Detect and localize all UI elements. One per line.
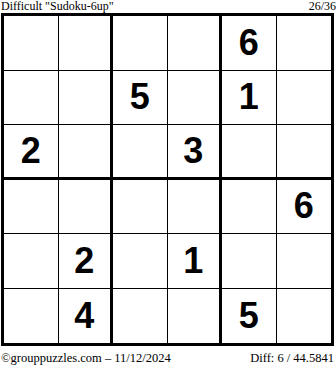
footer-copyright-date: ©grouppuzzles.com – 11/12/2024	[1, 351, 171, 366]
cell-r1c6-empty[interactable]	[277, 16, 332, 71]
cell-r6c6-empty[interactable]	[277, 289, 332, 344]
cell-r3c1-given: 2	[4, 125, 59, 180]
cell-r4c5-empty[interactable]	[222, 180, 277, 235]
cell-r1c2-empty[interactable]	[59, 16, 114, 71]
cell-r6c5-given: 5	[222, 289, 277, 344]
cell-r5c2-given: 2	[59, 234, 114, 289]
cell-r5c6-empty[interactable]	[277, 234, 332, 289]
header: Difficult "Sudoku-6up" 26/36	[1, 0, 336, 13]
puzzle-title: Difficult "Sudoku-6up"	[1, 0, 114, 13]
cell-r4c6-given: 6	[277, 180, 332, 235]
cell-r2c3-given: 5	[113, 71, 168, 126]
sudoku-board: 6512362145	[1, 13, 334, 346]
sudoku-page: Difficult "Sudoku-6up" 26/36 6512362145 …	[0, 0, 336, 370]
cell-r4c1-empty[interactable]	[4, 180, 59, 235]
footer-difficulty: Diff: 6 / 44.5841	[250, 351, 334, 366]
cell-r1c3-empty[interactable]	[113, 16, 168, 71]
cell-r2c4-empty[interactable]	[168, 71, 223, 126]
cell-r2c6-empty[interactable]	[277, 71, 332, 126]
cell-r1c1-empty[interactable]	[4, 16, 59, 71]
cell-r3c3-empty[interactable]	[113, 125, 168, 180]
cell-r5c3-empty[interactable]	[113, 234, 168, 289]
cell-r2c1-empty[interactable]	[4, 71, 59, 126]
cell-r5c1-empty[interactable]	[4, 234, 59, 289]
cell-r5c4-given: 1	[168, 234, 223, 289]
footer: ©grouppuzzles.com – 11/12/2024 Diff: 6 /…	[1, 351, 334, 366]
cell-r3c2-empty[interactable]	[59, 125, 114, 180]
cell-r1c5-given: 6	[222, 16, 277, 71]
cell-r2c2-empty[interactable]	[59, 71, 114, 126]
cell-r2c5-given: 1	[222, 71, 277, 126]
cell-r4c4-empty[interactable]	[168, 180, 223, 235]
cell-r4c3-empty[interactable]	[113, 180, 168, 235]
cell-r6c1-empty[interactable]	[4, 289, 59, 344]
cell-r3c4-given: 3	[168, 125, 223, 180]
cell-r6c2-given: 4	[59, 289, 114, 344]
cell-r6c4-empty[interactable]	[168, 289, 223, 344]
cell-r3c5-empty[interactable]	[222, 125, 277, 180]
cell-r1c4-empty[interactable]	[168, 16, 223, 71]
cell-r5c5-empty[interactable]	[222, 234, 277, 289]
cell-r6c3-empty[interactable]	[113, 289, 168, 344]
cell-r3c6-empty[interactable]	[277, 125, 332, 180]
puzzle-progress-counter: 26/36	[309, 0, 336, 13]
cell-r4c2-empty[interactable]	[59, 180, 114, 235]
